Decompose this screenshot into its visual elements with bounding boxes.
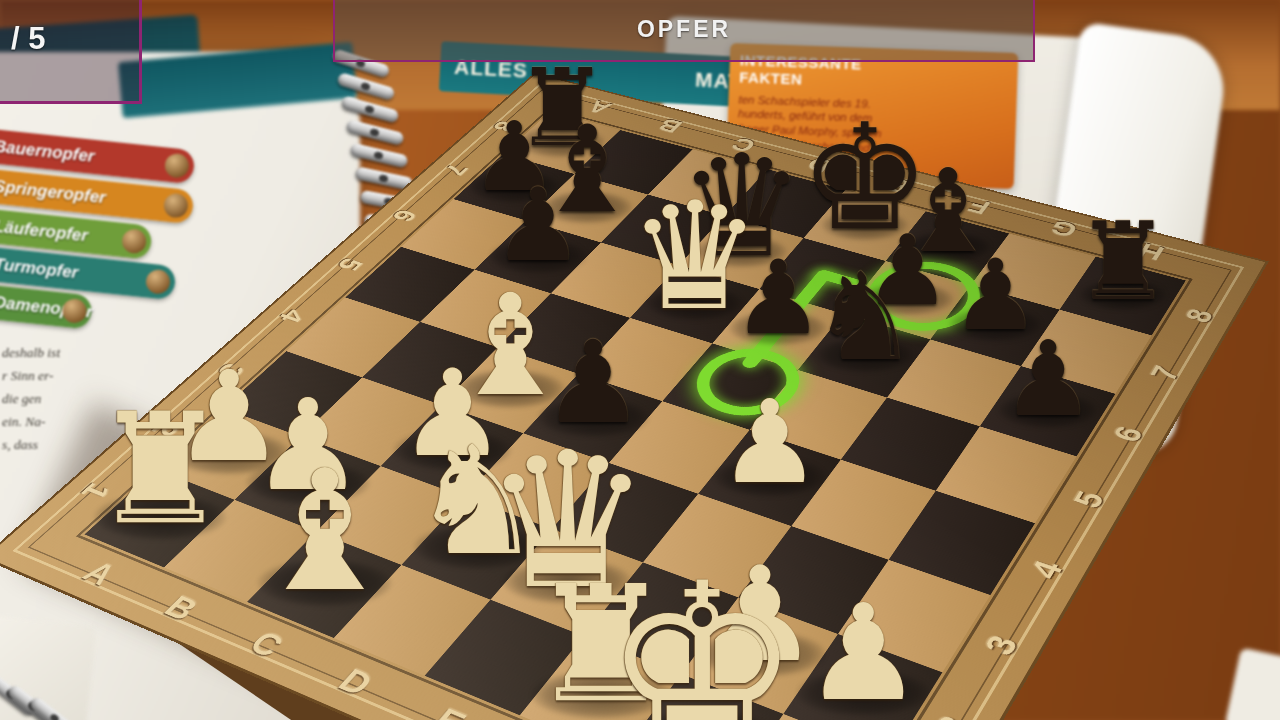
margin-line: deshalb ist <box>2 345 60 361</box>
piece-bR-h8[interactable]: ♜ <box>1075 208 1172 316</box>
ribbon-label: Läuferopfer <box>0 215 89 246</box>
rank-label-bottom-3: 3 <box>971 622 1033 669</box>
ribbon-photo-chip <box>164 153 190 179</box>
rank-label-bottom-7: 7 <box>1139 356 1192 391</box>
file-label-left-B: B <box>149 587 212 630</box>
margin-line: die gen <box>2 391 41 407</box>
ribbon-photo-chip <box>163 192 189 218</box>
ribbon-photo-chip <box>121 228 147 254</box>
piece-bP-h6[interactable]: ♟ <box>1001 327 1094 431</box>
piece-wR-a1[interactable]: ♜ <box>91 394 228 547</box>
rank-label-top-5: 5 <box>324 250 375 279</box>
piece-wK-g1[interactable]: ♚ <box>603 554 801 720</box>
margin-line: s, dass <box>2 437 38 453</box>
margin-line: r Sinn er- <box>2 368 53 384</box>
rank-label-bottom-5: 5 <box>1061 480 1118 520</box>
piece-wB-c1[interactable]: ♝ <box>250 448 400 615</box>
rank-label-top-4: 4 <box>266 300 319 331</box>
piece-wP-f4[interactable]: ♟ <box>718 385 821 500</box>
ribbon-photo-chip <box>145 269 171 295</box>
piece-bP-b6[interactable]: ♟ <box>493 175 584 276</box>
rank-label-bottom-6: 6 <box>1101 416 1156 453</box>
rank-label-top-6: 6 <box>380 202 429 229</box>
file-label-left-C: C <box>234 622 298 667</box>
ribbon-label: Turmopfer <box>0 253 79 283</box>
piece-wP-h2[interactable]: ♟ <box>804 587 923 720</box>
rank-label-bottom-4: 4 <box>1017 549 1076 592</box>
rank-label-bottom-2: 2 <box>921 702 985 720</box>
file-label-left-E: E <box>416 698 482 720</box>
piece-bN-f6[interactable]: ♞ <box>810 257 918 378</box>
file-label-left-A: A <box>68 553 130 595</box>
ribbon-label: Bauernopfer <box>0 135 95 167</box>
ribbon-label: Springeropfer <box>0 175 107 208</box>
file-label-left-D: D <box>323 659 388 706</box>
rank-label-bottom-8: 8 <box>1174 300 1225 332</box>
margin-line: ein. Na- <box>2 414 46 430</box>
